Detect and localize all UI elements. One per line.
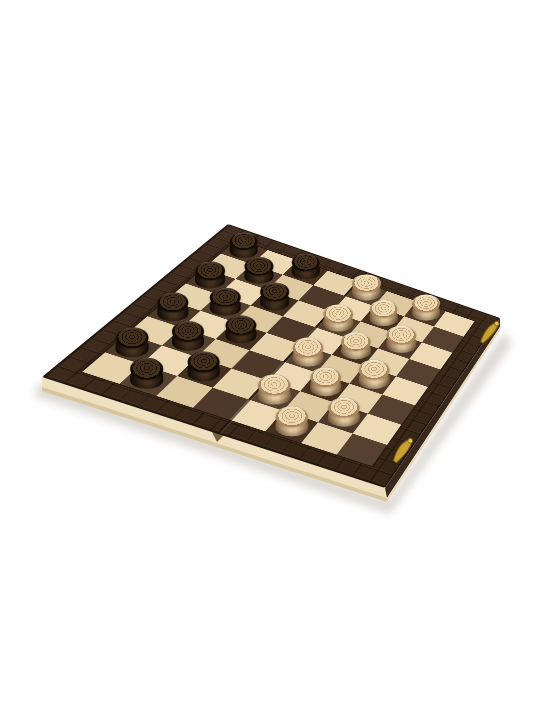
brass-hardware — [0, 0, 540, 720]
brass-clasp-right — [478, 321, 502, 344]
brass-clasp-bottom — [389, 438, 417, 463]
checkers-set-photo — [0, 0, 540, 720]
